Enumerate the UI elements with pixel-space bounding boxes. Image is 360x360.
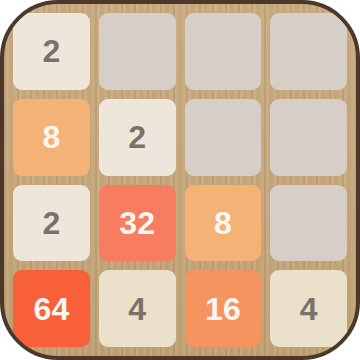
tile-2-r2c2: 2 — [99, 99, 176, 176]
tile-16-r4c3: 16 — [185, 270, 262, 347]
empty-cell-r1c3 — [185, 13, 262, 90]
tile-4-r4c2: 4 — [99, 270, 176, 347]
tile-2-r1c1: 2 — [13, 13, 90, 90]
tile-8-r3c3: 8 — [185, 185, 262, 262]
board-2048[interactable]: 2822328644164 — [0, 0, 360, 360]
empty-cell-r2c4 — [270, 99, 347, 176]
tile-8-r2c1: 8 — [13, 99, 90, 176]
tile-2-r3c1: 2 — [13, 185, 90, 262]
tile-4-r4c4: 4 — [270, 270, 347, 347]
tile-64-r4c1: 64 — [13, 270, 90, 347]
empty-cell-r2c3 — [185, 99, 262, 176]
tile-32-r3c2: 32 — [99, 185, 176, 262]
empty-cell-r3c4 — [270, 185, 347, 262]
empty-cell-r1c4 — [270, 13, 347, 90]
empty-cell-r1c2 — [99, 13, 176, 90]
tile-grid: 2822328644164 — [13, 13, 347, 347]
